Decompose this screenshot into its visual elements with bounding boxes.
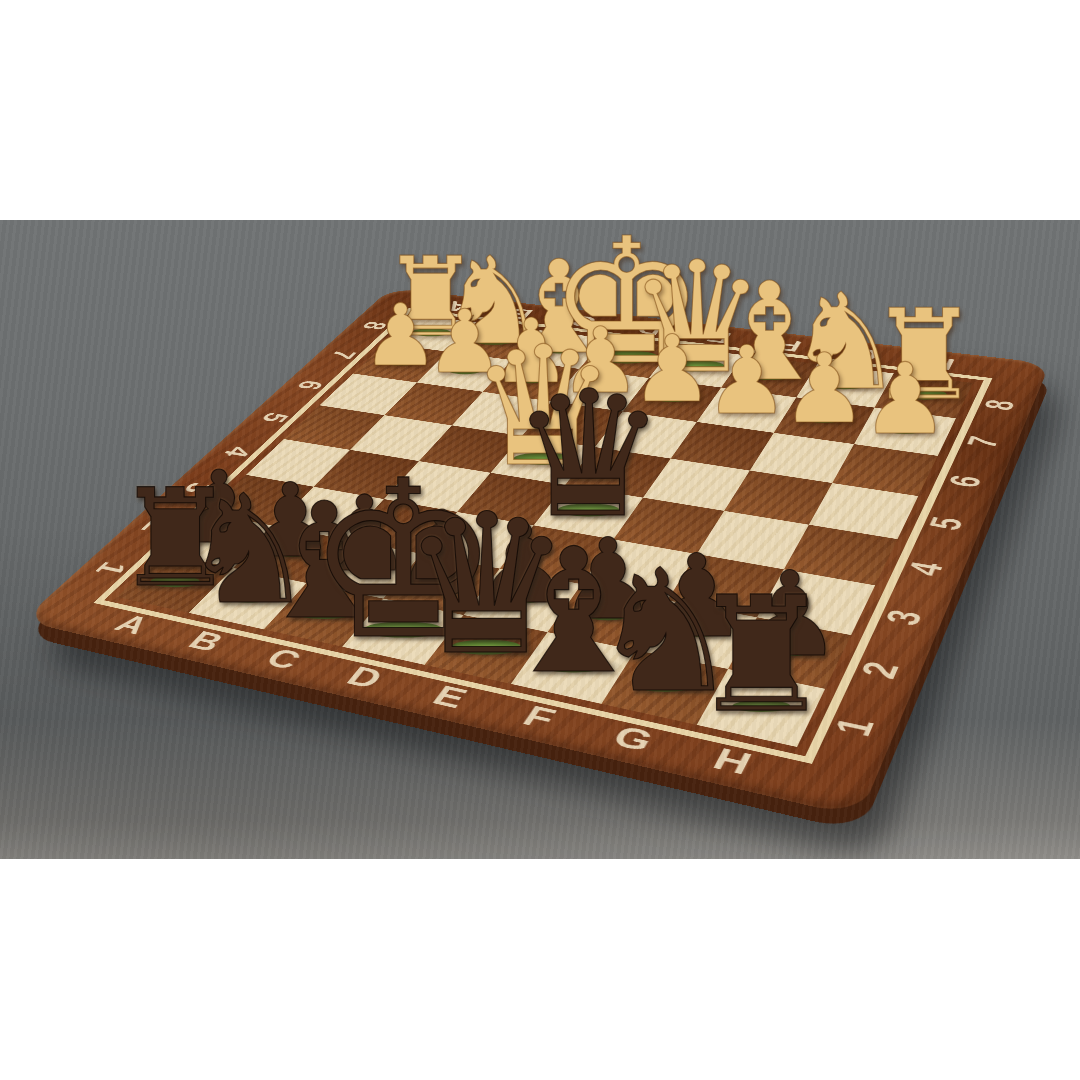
coordinate-label: 6 <box>265 369 354 403</box>
white-pawn-glyph: ♟ <box>781 341 867 437</box>
square-h5[interactable] <box>809 483 918 539</box>
studio-backdrop: ABCDEFGH ABCDEFGH 12345678 12345678 ♜♞♝♚… <box>0 220 1080 859</box>
coordinate-label: 4 <box>870 542 981 595</box>
white-pawn-glyph: ♟ <box>705 332 790 426</box>
coordinate-label: 5 <box>229 400 321 437</box>
product-photo-canvas: ABCDEFGH ABCDEFGH 12345678 12345678 ♜♞♝♚… <box>0 0 1080 1080</box>
coordinate-label: 6 <box>913 459 1016 505</box>
coordinate-label: 3 <box>846 589 961 647</box>
coordinate-label: 5 <box>892 499 999 548</box>
square-g5[interactable] <box>724 471 832 525</box>
black-rook-glyph: ♜ <box>690 576 833 735</box>
white-pawn-glyph: ♟ <box>861 351 949 449</box>
